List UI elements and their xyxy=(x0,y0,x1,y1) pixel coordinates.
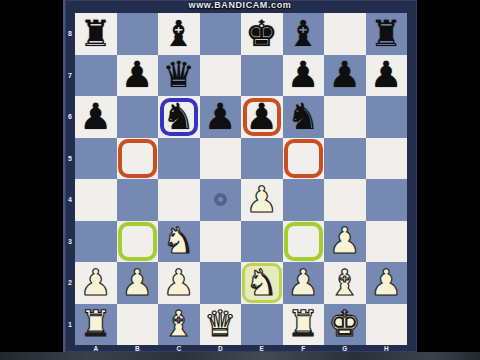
square-c8[interactable]: ♝ xyxy=(158,13,200,55)
piece-white-rook[interactable]: ♜ xyxy=(283,304,325,346)
desktop-background-strip xyxy=(0,352,480,360)
square-b6[interactable] xyxy=(117,96,159,138)
rank-label-1: 1 xyxy=(65,304,75,346)
square-a5[interactable] xyxy=(75,138,117,180)
square-a7[interactable] xyxy=(75,55,117,97)
square-g7[interactable]: ♟ xyxy=(324,55,366,97)
square-a8[interactable]: ♜ xyxy=(75,13,117,55)
square-b7[interactable]: ♟ xyxy=(117,55,159,97)
piece-white-knight[interactable]: ♞ xyxy=(158,221,200,263)
square-b8[interactable] xyxy=(117,13,159,55)
piece-black-knight[interactable]: ♞ xyxy=(158,96,200,138)
square-d2[interactable] xyxy=(200,262,242,304)
square-f4[interactable] xyxy=(283,179,325,221)
outline-highlight-orange xyxy=(284,139,323,178)
file-label-f: F xyxy=(283,345,325,352)
ring-highlight-navy xyxy=(214,193,227,206)
square-f5[interactable] xyxy=(283,138,325,180)
square-f3[interactable] xyxy=(283,221,325,263)
square-b4[interactable] xyxy=(117,179,159,221)
square-h4[interactable] xyxy=(366,179,408,221)
square-g2[interactable]: ♝ xyxy=(324,262,366,304)
piece-black-rook[interactable]: ♜ xyxy=(366,13,408,55)
piece-black-pawn[interactable]: ♟ xyxy=(324,55,366,97)
rank-labels: 87654321 xyxy=(65,13,75,345)
piece-white-pawn[interactable]: ♟ xyxy=(324,221,366,263)
square-d1[interactable]: ♛ xyxy=(200,304,242,346)
square-f8[interactable]: ♝ xyxy=(283,13,325,55)
chess-board: ♜♝♚♝♜♟♛♟♟♟♟♞♟♟♞♟♞♟♟♟♟♞♟♝♟♜♝♛♜♚ xyxy=(75,13,407,345)
square-d3[interactable] xyxy=(200,221,242,263)
piece-white-pawn[interactable]: ♟ xyxy=(158,262,200,304)
square-e6[interactable]: ♟ xyxy=(241,96,283,138)
square-c7[interactable]: ♛ xyxy=(158,55,200,97)
square-b3[interactable] xyxy=(117,221,159,263)
square-a6[interactable]: ♟ xyxy=(75,96,117,138)
file-label-h: H xyxy=(366,345,408,352)
square-c3[interactable]: ♞ xyxy=(158,221,200,263)
piece-black-queen[interactable]: ♛ xyxy=(158,55,200,97)
rank-label-2: 2 xyxy=(65,262,75,304)
square-e7[interactable] xyxy=(241,55,283,97)
square-h2[interactable]: ♟ xyxy=(366,262,408,304)
square-f6[interactable]: ♞ xyxy=(283,96,325,138)
piece-black-pawn[interactable]: ♟ xyxy=(200,96,242,138)
outline-highlight-green xyxy=(118,222,157,261)
square-a4[interactable] xyxy=(75,179,117,221)
square-f7[interactable]: ♟ xyxy=(283,55,325,97)
file-label-e: E xyxy=(241,345,283,352)
piece-white-pawn[interactable]: ♟ xyxy=(75,262,117,304)
square-d5[interactable] xyxy=(200,138,242,180)
square-h8[interactable]: ♜ xyxy=(366,13,408,55)
piece-white-pawn[interactable]: ♟ xyxy=(241,179,283,221)
file-labels: ABCDEFGH xyxy=(75,345,407,352)
piece-black-pawn[interactable]: ♟ xyxy=(366,55,408,97)
square-g5[interactable] xyxy=(324,138,366,180)
piece-black-knight[interactable]: ♞ xyxy=(283,96,325,138)
rank-label-6: 6 xyxy=(65,96,75,138)
piece-black-pawn[interactable]: ♟ xyxy=(75,96,117,138)
square-h6[interactable] xyxy=(366,96,408,138)
square-g4[interactable] xyxy=(324,179,366,221)
piece-white-pawn[interactable]: ♟ xyxy=(117,262,159,304)
rank-label-5: 5 xyxy=(65,138,75,180)
screen: ♜♝♚♝♜♟♛♟♟♟♟♞♟♟♞♟♞♟♟♟♟♞♟♝♟♜♝♛♜♚ 87654321 … xyxy=(0,0,480,360)
piece-white-bishop[interactable]: ♝ xyxy=(158,304,200,346)
square-c5[interactable] xyxy=(158,138,200,180)
square-e3[interactable] xyxy=(241,221,283,263)
piece-white-bishop[interactable]: ♝ xyxy=(324,262,366,304)
rank-label-8: 8 xyxy=(65,13,75,55)
piece-black-pawn[interactable]: ♟ xyxy=(283,55,325,97)
piece-black-bishop[interactable]: ♝ xyxy=(158,13,200,55)
rank-label-4: 4 xyxy=(65,179,75,221)
piece-black-bishop[interactable]: ♝ xyxy=(283,13,325,55)
piece-black-rook[interactable]: ♜ xyxy=(75,13,117,55)
piece-white-pawn[interactable]: ♟ xyxy=(283,262,325,304)
square-b1[interactable] xyxy=(117,304,159,346)
square-e5[interactable] xyxy=(241,138,283,180)
piece-white-queen[interactable]: ♛ xyxy=(200,304,242,346)
square-g8[interactable] xyxy=(324,13,366,55)
square-g3[interactable]: ♟ xyxy=(324,221,366,263)
square-c6[interactable]: ♞ xyxy=(158,96,200,138)
square-e4[interactable]: ♟ xyxy=(241,179,283,221)
square-d6[interactable]: ♟ xyxy=(200,96,242,138)
file-label-c: C xyxy=(158,345,200,352)
square-f1[interactable]: ♜ xyxy=(283,304,325,346)
piece-black-pawn[interactable]: ♟ xyxy=(241,96,283,138)
rank-label-7: 7 xyxy=(65,55,75,97)
piece-white-knight[interactable]: ♞ xyxy=(241,262,283,304)
piece-white-pawn[interactable]: ♟ xyxy=(366,262,408,304)
square-b2[interactable]: ♟ xyxy=(117,262,159,304)
piece-black-pawn[interactable]: ♟ xyxy=(117,55,159,97)
square-e2[interactable]: ♞ xyxy=(241,262,283,304)
file-label-b: B xyxy=(117,345,159,352)
square-e8[interactable]: ♚ xyxy=(241,13,283,55)
square-h5[interactable] xyxy=(366,138,408,180)
file-label-a: A xyxy=(75,345,117,352)
square-h3[interactable] xyxy=(366,221,408,263)
file-label-d: D xyxy=(200,345,242,352)
square-d8[interactable] xyxy=(200,13,242,55)
square-h7[interactable]: ♟ xyxy=(366,55,408,97)
square-a1[interactable]: ♜ xyxy=(75,304,117,346)
square-e1[interactable] xyxy=(241,304,283,346)
square-b5[interactable] xyxy=(117,138,159,180)
bandicam-watermark: www.BANDICAM.com xyxy=(189,0,292,10)
outline-highlight-green xyxy=(284,222,323,261)
square-d7[interactable] xyxy=(200,55,242,97)
square-a3[interactable] xyxy=(75,221,117,263)
square-f2[interactable]: ♟ xyxy=(283,262,325,304)
square-c2[interactable]: ♟ xyxy=(158,262,200,304)
square-c1[interactable]: ♝ xyxy=(158,304,200,346)
square-d4[interactable] xyxy=(200,179,242,221)
piece-white-king[interactable]: ♚ xyxy=(324,304,366,346)
piece-black-king[interactable]: ♚ xyxy=(241,13,283,55)
outline-highlight-orange xyxy=(118,139,157,178)
square-h1[interactable] xyxy=(366,304,408,346)
square-g1[interactable]: ♚ xyxy=(324,304,366,346)
rank-label-3: 3 xyxy=(65,221,75,263)
piece-white-rook[interactable]: ♜ xyxy=(75,304,117,346)
square-a2[interactable]: ♟ xyxy=(75,262,117,304)
square-c4[interactable] xyxy=(158,179,200,221)
chess-board-frame: ♜♝♚♝♜♟♛♟♟♟♟♞♟♟♞♟♞♟♟♟♟♞♟♝♟♜♝♛♜♚ 87654321 … xyxy=(63,0,417,352)
square-g6[interactable] xyxy=(324,96,366,138)
file-label-g: G xyxy=(324,345,366,352)
